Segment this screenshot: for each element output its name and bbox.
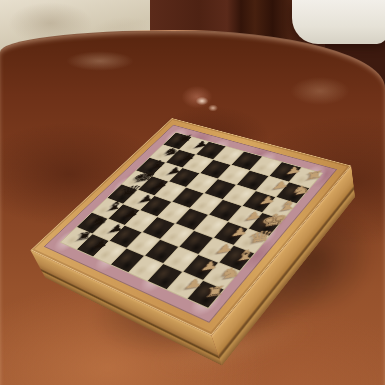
square-f2[interactable]: ♟ [243,191,275,212]
square-a1[interactable]: ♜ [188,281,224,308]
piece-white-king-e1[interactable]: ♚ [254,209,294,231]
square-a2[interactable]: ♟ [167,272,202,298]
square-c3[interactable] [180,231,213,254]
piece-white-pawn-a2[interactable]: ♟ [174,275,215,293]
square-e1[interactable]: ♚ [249,213,283,236]
piece-white-queen-d1[interactable]: ♛ [240,227,280,248]
square-a5[interactable] [111,249,144,272]
piece-white-knight-b1[interactable]: ♞ [210,263,251,283]
square-d3[interactable] [195,215,228,237]
square-a6[interactable] [94,241,126,264]
square-b5[interactable] [127,233,159,256]
piece-white-pawn-f2[interactable]: ♟ [249,192,286,208]
piece-white-pawn-e2[interactable]: ♟ [235,207,273,223]
square-e3[interactable] [209,200,241,221]
photo-scene: ♜♞♝♛♚♝♞♜♟♟♟♟♟♟♟♟♟♟♟♟♟♟♟♟♜♞♝♛♚♝♞♜ [0,0,385,385]
square-a4[interactable] [129,256,162,280]
square-c4[interactable] [161,224,193,246]
square-d2[interactable]: ♟ [214,222,247,245]
piece-white-pawn-b2[interactable]: ♟ [190,257,230,274]
square-a3[interactable] [148,264,182,289]
piece-white-bishop-c1[interactable]: ♝ [225,245,265,265]
square-b4[interactable] [145,240,178,263]
white-cushion [292,0,385,44]
square-g1[interactable]: ♞ [277,182,310,203]
square-b3[interactable] [164,247,198,271]
piece-white-rook-a1[interactable]: ♜ [194,282,236,301]
square-f1[interactable]: ♝ [263,197,296,219]
square-b2[interactable]: ♟ [184,255,218,280]
square-d1[interactable]: ♛ [234,229,268,252]
piece-white-knight-g1[interactable]: ♞ [283,181,320,199]
square-b1[interactable]: ♞ [204,263,239,289]
square-d4[interactable] [176,209,208,230]
piece-white-pawn-d2[interactable]: ♟ [220,223,258,239]
piece-white-pawn-c2[interactable]: ♟ [205,240,244,257]
square-c2[interactable]: ♟ [199,238,233,262]
square-e2[interactable]: ♟ [229,206,262,228]
piece-white-bishop-f1[interactable]: ♝ [269,196,307,215]
square-c1[interactable]: ♝ [219,246,254,271]
